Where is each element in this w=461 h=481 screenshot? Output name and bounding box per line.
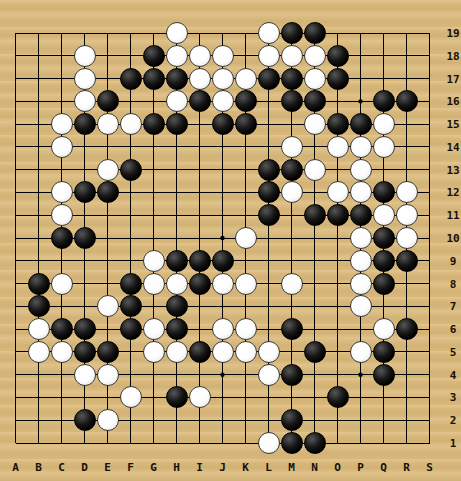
column-label: L [259,461,279,474]
white-stone [166,22,188,44]
white-stone [51,136,73,158]
black-stone [74,113,96,135]
white-stone [51,341,73,363]
column-label: M [282,461,302,474]
white-stone [143,273,165,295]
white-stone [281,273,303,295]
white-stone [258,432,280,454]
black-stone [74,341,96,363]
column-label: J [213,461,233,474]
white-stone [281,181,303,203]
white-stone [143,318,165,340]
black-stone [189,90,211,112]
black-stone [258,68,280,90]
black-stone [396,90,418,112]
white-stone [350,136,372,158]
white-stone [212,45,234,67]
black-stone [166,250,188,272]
black-stone [235,113,257,135]
white-stone [74,90,96,112]
black-stone [281,90,303,112]
black-stone [396,250,418,272]
black-stone [28,295,50,317]
row-label: 17 [442,73,461,85]
white-stone [304,159,326,181]
black-stone [97,341,119,363]
row-label: 19 [442,27,461,39]
black-stone [396,318,418,340]
black-stone [166,68,188,90]
white-stone [396,204,418,226]
white-stone [97,409,119,431]
black-stone [258,204,280,226]
white-stone [212,341,234,363]
white-stone [258,364,280,386]
white-stone [97,295,119,317]
row-label: 14 [442,141,461,153]
white-stone [51,273,73,295]
black-stone [281,318,303,340]
white-stone [212,273,234,295]
row-label: 15 [442,118,461,130]
column-label: E [98,461,118,474]
black-stone [327,45,349,67]
white-stone [304,68,326,90]
column-label: R [397,461,417,474]
column-label: A [6,461,26,474]
column-label: G [144,461,164,474]
column-label: P [351,461,371,474]
white-stone [350,273,372,295]
white-stone [373,113,395,135]
white-stone [258,341,280,363]
black-stone [143,68,165,90]
white-stone [212,68,234,90]
white-stone [304,113,326,135]
black-stone [327,68,349,90]
black-stone [166,386,188,408]
white-stone [189,45,211,67]
black-stone [373,250,395,272]
black-stone [327,113,349,135]
white-stone [189,386,211,408]
black-stone [304,90,326,112]
white-stone [143,341,165,363]
white-stone [373,318,395,340]
white-stone [97,113,119,135]
black-stone [373,341,395,363]
white-stone [258,22,280,44]
white-stone [51,113,73,135]
column-label: N [305,461,325,474]
white-stone [51,204,73,226]
white-stone [235,227,257,249]
white-stone [350,250,372,272]
column-label: C [52,461,72,474]
column-label: S [420,461,440,474]
black-stone [235,90,257,112]
black-stone [74,318,96,340]
column-label: D [75,461,95,474]
row-label: 7 [442,300,461,312]
white-stone [120,386,142,408]
black-stone [189,341,211,363]
white-stone [235,273,257,295]
black-stone [120,295,142,317]
black-stone [28,273,50,295]
white-stone [212,318,234,340]
black-stone [120,273,142,295]
white-stone [396,227,418,249]
black-stone [350,204,372,226]
black-stone [166,318,188,340]
black-stone [304,341,326,363]
black-stone [74,227,96,249]
black-stone [304,432,326,454]
white-stone [327,136,349,158]
white-stone [373,204,395,226]
black-stone [189,273,211,295]
white-stone [189,68,211,90]
black-stone [373,90,395,112]
white-stone [143,250,165,272]
black-stone [74,409,96,431]
column-label: F [121,461,141,474]
white-stone [166,273,188,295]
black-stone [281,68,303,90]
row-label: 8 [442,278,461,290]
row-label: 12 [442,186,461,198]
white-stone [350,295,372,317]
white-stone [212,90,234,112]
star-point [358,373,362,377]
row-label: 18 [442,50,461,62]
column-label: O [328,461,348,474]
column-label: H [167,461,187,474]
black-stone [281,159,303,181]
white-stone [235,341,257,363]
black-stone [97,181,119,203]
star-point [220,236,224,240]
white-stone [304,45,326,67]
column-label: B [29,461,49,474]
black-stone [281,409,303,431]
white-stone [396,181,418,203]
black-stone [327,204,349,226]
white-stone [166,90,188,112]
column-label: K [236,461,256,474]
black-stone [143,45,165,67]
black-stone [212,250,234,272]
white-stone [281,136,303,158]
black-stone [97,90,119,112]
white-stone [28,318,50,340]
row-label: 13 [442,164,461,176]
star-point [358,99,362,103]
white-stone [28,341,50,363]
white-stone [74,68,96,90]
black-stone [143,113,165,135]
black-stone [281,22,303,44]
black-stone [281,364,303,386]
white-stone [350,181,372,203]
white-stone [373,136,395,158]
white-stone [327,181,349,203]
black-stone [373,273,395,295]
black-stone [212,113,234,135]
go-board[interactable]: ABCDEFGHIJKLMNOPQRS 19181716151413121110… [0,0,461,481]
black-stone [74,181,96,203]
white-stone [166,341,188,363]
row-label: 16 [442,95,461,107]
black-stone [327,386,349,408]
black-stone [373,181,395,203]
black-stone [350,113,372,135]
black-stone [304,204,326,226]
black-stone [51,318,73,340]
black-stone [120,318,142,340]
white-stone [281,45,303,67]
black-stone [166,295,188,317]
white-stone [166,45,188,67]
black-stone [189,250,211,272]
white-stone [74,45,96,67]
white-stone [350,159,372,181]
black-stone [166,113,188,135]
row-label: 1 [442,437,461,449]
white-stone [350,227,372,249]
column-label: Q [374,461,394,474]
row-label: 2 [442,414,461,426]
white-stone [258,45,280,67]
black-stone [120,68,142,90]
white-stone [51,181,73,203]
black-stone [304,22,326,44]
black-stone [120,159,142,181]
row-label: 5 [442,346,461,358]
row-label: 6 [442,323,461,335]
white-stone [235,68,257,90]
column-label: I [190,461,210,474]
black-stone [373,364,395,386]
white-stone [74,364,96,386]
row-label: 3 [442,391,461,403]
row-label: 11 [442,209,461,221]
white-stone [97,364,119,386]
row-label: 10 [442,232,461,244]
row-label: 9 [442,255,461,267]
white-stone [97,159,119,181]
black-stone [258,181,280,203]
white-stone [350,341,372,363]
black-stone [281,432,303,454]
star-point [220,373,224,377]
black-stone [373,227,395,249]
black-stone [51,227,73,249]
white-stone [235,318,257,340]
black-stone [258,159,280,181]
row-label: 4 [442,369,461,381]
white-stone [120,113,142,135]
